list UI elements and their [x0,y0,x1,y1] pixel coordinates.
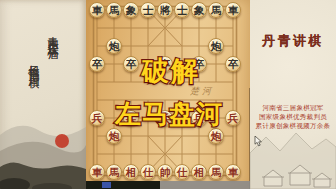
red-piece-仕[interactable]: 仕 [174,164,190,180]
black-piece-士[interactable]: 士 [174,2,190,18]
black-piece-馬[interactable]: 馬 [106,2,122,18]
black-piece-象[interactable]: 象 [191,2,207,18]
black-piece-卒[interactable]: 卒 [123,56,139,72]
credential-line: 河南省三届象棋冠军 [250,104,336,113]
headline-line1: 破解 [142,53,200,89]
credential-line: 国家级象棋优秀裁判员 [250,113,336,122]
red-piece-兵[interactable]: 兵 [89,110,105,126]
black-piece-炮[interactable]: 炮 [208,38,224,54]
red-piece-馬[interactable]: 馬 [208,164,224,180]
bottom-toolbar-dark[interactable] [86,181,160,189]
black-piece-卒[interactable]: 卒 [225,56,241,72]
black-piece-象[interactable]: 象 [123,2,139,18]
red-sun [55,134,69,148]
poem-line-2: 长日惟消一局棋 [25,56,40,70]
xiangqi-board[interactable]: 楚河 漢界 車馬象士將士象馬車炮炮卒卒卒卒卒兵兵兵兵兵炮炮車馬相仕帥仕相馬車 [86,0,250,189]
poem-line-1: 青山不厌三杯酒 [44,28,59,42]
black-piece-車[interactable]: 車 [225,2,241,18]
panel-divider [249,88,250,189]
bottom-toolbar-button[interactable] [102,182,111,188]
red-piece-車[interactable]: 車 [225,164,241,180]
black-piece-馬[interactable]: 馬 [208,2,224,18]
red-piece-相[interactable]: 相 [123,164,139,180]
black-piece-車[interactable]: 車 [89,2,105,18]
bottom-toolbar-gray[interactable] [160,181,250,189]
red-piece-帥[interactable]: 帥 [157,164,173,180]
black-piece-士[interactable]: 士 [140,2,156,18]
black-piece-卒[interactable]: 卒 [89,56,105,72]
black-piece-將[interactable]: 將 [157,2,173,18]
video-thumbnail: 青山不厌三杯酒 长日惟消一局棋 楚河 [0,0,336,189]
channel-name: 丹青讲棋 [250,32,336,50]
board-grid [86,0,250,189]
ink-mountain-painting [0,105,86,189]
red-piece-相[interactable]: 相 [191,164,207,180]
black-piece-炮[interactable]: 炮 [106,38,122,54]
red-piece-兵[interactable]: 兵 [225,110,241,126]
red-piece-車[interactable]: 車 [89,164,105,180]
mouse-cursor-icon [254,136,263,147]
right-info-panel: 丹青讲棋 河南省三届象棋冠军 国家级象棋优秀裁判员 累计原创象棋视频万余条 [250,0,336,189]
red-piece-馬[interactable]: 馬 [106,164,122,180]
channel-credentials: 河南省三届象棋冠军 国家级象棋优秀裁判员 累计原创象棋视频万余条 [250,104,336,131]
headline-line2: 左马盘河 [115,97,223,132]
left-scroll-panel: 青山不厌三杯酒 长日惟消一局棋 [0,0,86,189]
red-piece-仕[interactable]: 仕 [140,164,156,180]
